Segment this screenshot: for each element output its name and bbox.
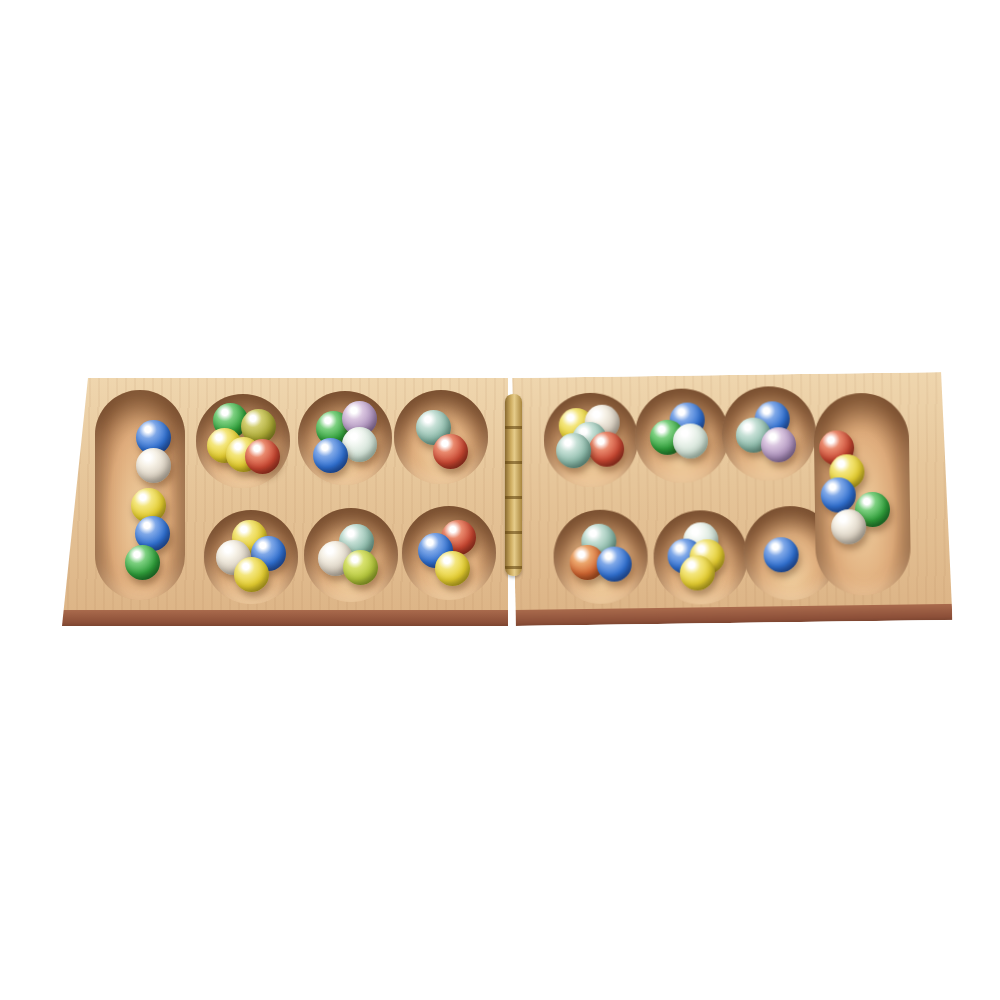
pit-left-top-2[interactable]: [298, 391, 392, 485]
marble-purple: [760, 427, 795, 462]
marble-clear: [136, 448, 171, 483]
marble-green: [125, 545, 160, 580]
marble-blue: [313, 438, 348, 473]
pit-left-store: [95, 390, 185, 600]
marble-yellowgreen: [343, 550, 378, 585]
marble-whiteteal: [672, 423, 707, 458]
pit-left-bottom-2[interactable]: [304, 508, 398, 602]
marble-red: [433, 434, 468, 469]
marble-yellow: [435, 551, 470, 586]
pit-left-top-1[interactable]: [196, 394, 290, 488]
board-left-half: [62, 378, 508, 626]
pit-left-bottom-3[interactable]: [402, 506, 496, 600]
marble-red: [245, 439, 280, 474]
marble-red: [588, 431, 623, 466]
mancala-board-photo: [0, 0, 1000, 1000]
marble-blue: [821, 477, 856, 512]
pit-right-store: [813, 392, 911, 595]
marble-blue: [763, 537, 798, 572]
marble-teal: [555, 432, 590, 467]
marble-yellow: [679, 555, 714, 590]
board-right-half: [512, 372, 952, 626]
pit-left-bottom-1[interactable]: [204, 510, 298, 604]
marble-yellow: [234, 557, 269, 592]
left-half-side-edge: [62, 610, 508, 626]
pit-left-top-3[interactable]: [394, 390, 488, 484]
brass-hinge: [505, 394, 522, 576]
marble-blue: [596, 546, 631, 581]
marble-clear: [831, 509, 866, 544]
